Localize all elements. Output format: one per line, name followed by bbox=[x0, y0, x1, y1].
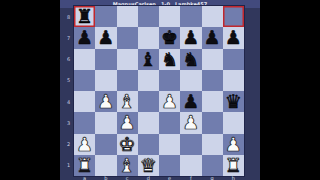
piece-black-pawn-f4[interactable]: ♟ bbox=[180, 91, 201, 112]
video-frame-letterbox: MagnusCarlsen 1-0 Lambke457 87654321 ♜♟♟… bbox=[0, 0, 320, 180]
square-e2[interactable] bbox=[159, 134, 180, 155]
square-a7[interactable]: ♟ bbox=[74, 27, 95, 48]
rank-label-5: 5 bbox=[64, 70, 73, 91]
rank-label-1: 1 bbox=[64, 155, 73, 176]
piece-black-pawn-b7[interactable]: ♟ bbox=[95, 27, 116, 48]
square-c7[interactable] bbox=[117, 27, 138, 48]
piece-white-pawn-a2[interactable]: ♟ bbox=[74, 134, 95, 155]
square-a2[interactable]: ♟ bbox=[74, 134, 95, 155]
piece-white-pawn-b4[interactable]: ♟ bbox=[95, 91, 116, 112]
square-g5[interactable] bbox=[202, 70, 223, 91]
piece-black-knight-f6[interactable]: ♞ bbox=[180, 49, 201, 70]
square-f8[interactable] bbox=[180, 6, 201, 27]
square-g3[interactable] bbox=[202, 112, 223, 133]
piece-black-rook-a8[interactable]: ♜ bbox=[74, 6, 95, 27]
square-f5[interactable] bbox=[180, 70, 201, 91]
square-a1[interactable]: ♜ bbox=[74, 155, 95, 176]
square-a8[interactable]: ♜ bbox=[74, 6, 95, 27]
square-c2[interactable]: ♚ bbox=[117, 134, 138, 155]
piece-white-king-c2[interactable]: ♚ bbox=[117, 134, 138, 155]
piece-black-bishop-d6[interactable]: ♝ bbox=[138, 49, 159, 70]
square-c5[interactable] bbox=[117, 70, 138, 91]
square-g7[interactable]: ♟ bbox=[202, 27, 223, 48]
piece-white-rook-a1[interactable]: ♜ bbox=[74, 155, 95, 176]
square-e1[interactable] bbox=[159, 155, 180, 176]
square-g1[interactable] bbox=[202, 155, 223, 176]
chess-app-frame: MagnusCarlsen 1-0 Lambke457 87654321 ♜♟♟… bbox=[60, 0, 260, 180]
rank-label-3: 3 bbox=[64, 112, 73, 133]
square-b2[interactable] bbox=[95, 134, 116, 155]
square-h2[interactable]: ♟ bbox=[223, 134, 244, 155]
square-a3[interactable] bbox=[74, 112, 95, 133]
piece-black-king-e7[interactable]: ♚ bbox=[159, 27, 180, 48]
file-label-h: h bbox=[223, 176, 244, 180]
square-e3[interactable] bbox=[159, 112, 180, 133]
piece-white-bishop-c1[interactable]: ♝ bbox=[117, 155, 138, 176]
square-d4[interactable] bbox=[138, 91, 159, 112]
square-e6[interactable]: ♞ bbox=[159, 49, 180, 70]
square-b4[interactable]: ♟ bbox=[95, 91, 116, 112]
piece-black-pawn-a7[interactable]: ♟ bbox=[74, 27, 95, 48]
rank-label-6: 6 bbox=[64, 49, 73, 70]
square-d3[interactable] bbox=[138, 112, 159, 133]
square-e7[interactable]: ♚ bbox=[159, 27, 180, 48]
rank-label-2: 2 bbox=[64, 134, 73, 155]
piece-white-pawn-f3[interactable]: ♟ bbox=[180, 112, 201, 133]
square-e8[interactable] bbox=[159, 6, 180, 27]
file-labels: abcdefgh bbox=[74, 176, 244, 180]
rank-label-8: 8 bbox=[64, 6, 73, 27]
rank-labels: 87654321 bbox=[64, 6, 73, 176]
piece-black-pawn-h7[interactable]: ♟ bbox=[223, 27, 244, 48]
square-d1[interactable]: ♛ bbox=[138, 155, 159, 176]
square-c1[interactable]: ♝ bbox=[117, 155, 138, 176]
piece-white-bishop-c4[interactable]: ♝ bbox=[117, 91, 138, 112]
square-h1[interactable]: ♜ bbox=[223, 155, 244, 176]
file-label-e: e bbox=[159, 176, 180, 180]
square-c3[interactable]: ♟ bbox=[117, 112, 138, 133]
square-d7[interactable] bbox=[138, 27, 159, 48]
rank-label-4: 4 bbox=[64, 91, 73, 112]
square-b6[interactable] bbox=[95, 49, 116, 70]
square-d8[interactable] bbox=[138, 6, 159, 27]
rank-label-7: 7 bbox=[64, 27, 73, 48]
file-label-g: g bbox=[202, 176, 223, 180]
piece-white-queen-d1[interactable]: ♛ bbox=[138, 155, 159, 176]
square-c8[interactable] bbox=[117, 6, 138, 27]
file-label-c: c bbox=[117, 176, 138, 180]
square-e4[interactable]: ♟ bbox=[159, 91, 180, 112]
piece-white-pawn-e4[interactable]: ♟ bbox=[159, 91, 180, 112]
piece-black-knight-e6[interactable]: ♞ bbox=[159, 49, 180, 70]
square-b7[interactable]: ♟ bbox=[95, 27, 116, 48]
square-g8[interactable] bbox=[202, 6, 223, 27]
square-h7[interactable]: ♟ bbox=[223, 27, 244, 48]
square-c6[interactable] bbox=[117, 49, 138, 70]
square-b1[interactable] bbox=[95, 155, 116, 176]
file-label-d: d bbox=[138, 176, 159, 180]
piece-black-pawn-f7[interactable]: ♟ bbox=[180, 27, 201, 48]
piece-black-queen-h4[interactable]: ♛ bbox=[223, 91, 244, 112]
square-a4[interactable] bbox=[74, 91, 95, 112]
square-b8[interactable] bbox=[95, 6, 116, 27]
square-f6[interactable]: ♞ bbox=[180, 49, 201, 70]
square-h4[interactable]: ♛ bbox=[223, 91, 244, 112]
file-label-a: a bbox=[74, 176, 95, 180]
square-a6[interactable] bbox=[74, 49, 95, 70]
square-g4[interactable] bbox=[202, 91, 223, 112]
square-h6[interactable] bbox=[223, 49, 244, 70]
square-c4[interactable]: ♝ bbox=[117, 91, 138, 112]
piece-black-pawn-g7[interactable]: ♟ bbox=[202, 27, 223, 48]
square-b5[interactable] bbox=[95, 70, 116, 91]
square-d2[interactable] bbox=[138, 134, 159, 155]
square-e5[interactable] bbox=[159, 70, 180, 91]
square-f4[interactable]: ♟ bbox=[180, 91, 201, 112]
piece-white-pawn-h2[interactable]: ♟ bbox=[223, 134, 244, 155]
square-d6[interactable]: ♝ bbox=[138, 49, 159, 70]
chess-board: ♜♟♟♚♟♟♟♝♞♞♟♝♟♟♛♟♟♟♚♟♜♝♛♜ bbox=[74, 6, 244, 176]
piece-white-rook-h1[interactable]: ♜ bbox=[223, 155, 244, 176]
square-f3[interactable]: ♟ bbox=[180, 112, 201, 133]
file-label-b: b bbox=[95, 176, 116, 180]
piece-white-pawn-c3[interactable]: ♟ bbox=[117, 112, 138, 133]
square-g6[interactable] bbox=[202, 49, 223, 70]
square-g2[interactable] bbox=[202, 134, 223, 155]
square-h3[interactable] bbox=[223, 112, 244, 133]
square-h8[interactable] bbox=[223, 6, 244, 27]
square-f1[interactable] bbox=[180, 155, 201, 176]
square-d5[interactable] bbox=[138, 70, 159, 91]
square-a5[interactable] bbox=[74, 70, 95, 91]
square-b3[interactable] bbox=[95, 112, 116, 133]
file-label-f: f bbox=[180, 176, 201, 180]
square-f2[interactable] bbox=[180, 134, 201, 155]
square-h5[interactable] bbox=[223, 70, 244, 91]
square-f7[interactable]: ♟ bbox=[180, 27, 201, 48]
